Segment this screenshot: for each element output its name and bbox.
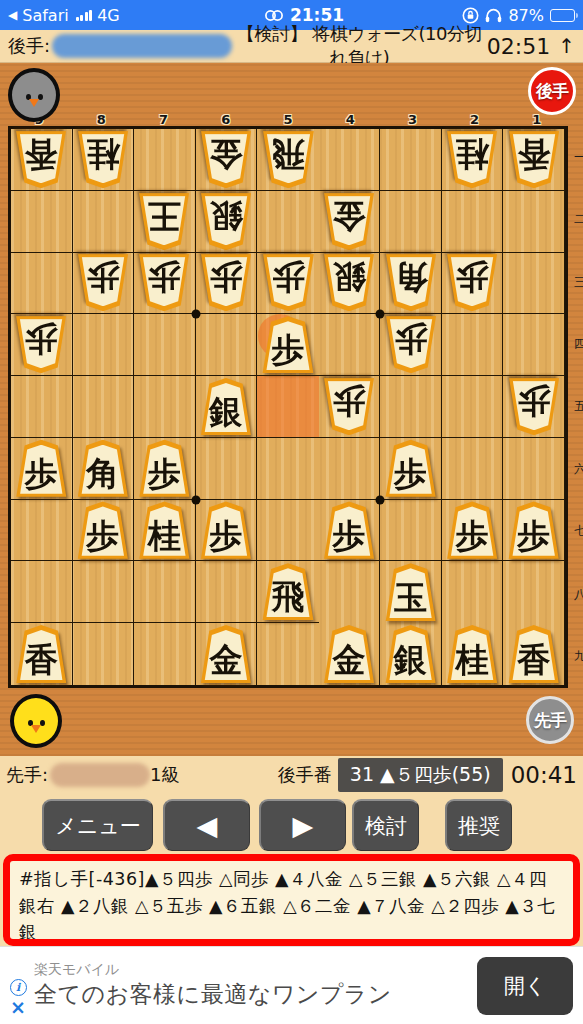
- square-96[interactable]: 歩: [11, 438, 73, 500]
- square-94[interactable]: 歩: [11, 314, 73, 376]
- square-39[interactable]: 銀: [380, 623, 442, 685]
- square-56[interactable]: [257, 438, 319, 500]
- ad-info-icon[interactable]: i: [10, 979, 27, 996]
- piece-sente-pawn: 歩: [200, 501, 252, 558]
- square-86[interactable]: 角: [73, 438, 135, 500]
- piece-sente-pawn: 歩: [508, 501, 560, 558]
- gote-side-badge: 後手: [528, 67, 576, 115]
- game-header: 後手: 【検討】 将棋ウォーズ(10分切れ負け) 02:51 ↑: [0, 30, 583, 63]
- square-28[interactable]: [442, 561, 504, 623]
- square-29[interactable]: 桂: [442, 623, 504, 685]
- piece-sente-pawn: 歩: [77, 501, 129, 558]
- sente-player-name-redacted: [50, 763, 150, 787]
- square-23[interactable]: 歩: [442, 253, 504, 315]
- piece-gote-pawn: 歩: [138, 254, 190, 311]
- next-move-button[interactable]: ▶: [259, 799, 346, 851]
- square-73[interactable]: 歩: [134, 253, 196, 315]
- square-63[interactable]: 歩: [196, 253, 258, 315]
- square-11[interactable]: 香: [503, 129, 565, 191]
- square-72[interactable]: 王: [134, 191, 196, 253]
- ad-open-button[interactable]: 開く: [477, 957, 573, 1015]
- piece-sente-bishop: 角: [77, 440, 129, 497]
- personal-hotspot-icon: [264, 9, 284, 22]
- piece-sente-knight: 桂: [138, 501, 190, 558]
- square-32[interactable]: [380, 191, 442, 253]
- status-row: 先手: 1級 後手番 31 ▲５四歩(55) 00:41: [0, 756, 583, 794]
- square-95[interactable]: [11, 376, 73, 438]
- square-47[interactable]: 歩: [319, 500, 381, 562]
- square-67[interactable]: 歩: [196, 500, 258, 562]
- piece-gote-pawn: 歩: [323, 378, 375, 435]
- piece-sente-gold: 金: [200, 625, 252, 683]
- gote-avatar-penguin: [8, 68, 60, 122]
- square-45[interactable]: 歩: [319, 376, 381, 438]
- piece-gote-rook: 飛: [262, 131, 315, 188]
- square-21[interactable]: 桂: [442, 129, 504, 191]
- file-label-8: 8: [70, 113, 132, 126]
- signal-bars-icon: [76, 10, 93, 21]
- file-labels: 987654321: [8, 113, 568, 126]
- square-62[interactable]: 銀: [196, 191, 258, 253]
- piece-gote-lance: 香: [15, 131, 67, 188]
- square-37[interactable]: [380, 500, 442, 562]
- square-84[interactable]: [73, 314, 135, 376]
- piece-gote-pawn: 歩: [508, 378, 560, 435]
- piece-sente-lance: 香: [15, 625, 67, 683]
- square-53[interactable]: 歩: [257, 253, 319, 315]
- back-chevron-icon[interactable]: ◀: [8, 8, 17, 22]
- board-grid: 香桂金飛桂香王銀金歩歩歩歩銀角歩歩歩歩銀歩歩歩角歩歩歩桂歩歩歩歩飛玉香金金銀桂香: [8, 126, 568, 688]
- square-71[interactable]: [134, 129, 196, 191]
- piece-sente-pawn: 歩: [15, 440, 67, 497]
- piece-sente-pawn: 歩: [262, 316, 315, 373]
- rank-label-9: 九: [571, 626, 583, 688]
- rank-label-3: 三: [571, 251, 583, 313]
- square-12[interactable]: [503, 191, 565, 253]
- orientation-lock-icon: [462, 7, 479, 24]
- square-14[interactable]: [503, 314, 565, 376]
- square-16[interactable]: [503, 438, 565, 500]
- square-78[interactable]: [134, 561, 196, 623]
- rank-label-1: 一: [571, 126, 583, 188]
- gote-tray: 後手: [0, 63, 583, 113]
- square-33[interactable]: 角: [380, 253, 442, 315]
- square-36[interactable]: 歩: [380, 438, 442, 500]
- rank-label-2: 二: [571, 188, 583, 250]
- piece-sente-silver: 銀: [385, 625, 437, 683]
- piece-sente-gold: 金: [323, 625, 375, 683]
- file-label-3: 3: [381, 113, 443, 126]
- file-label-5: 5: [257, 113, 319, 126]
- gote-player-name-redacted: [52, 34, 232, 58]
- piece-sente-pawn: 歩: [323, 501, 375, 558]
- piece-gote-pawn: 歩: [200, 254, 252, 311]
- square-81[interactable]: 桂: [73, 129, 135, 191]
- file-label-4: 4: [319, 113, 381, 126]
- square-48[interactable]: [319, 561, 381, 623]
- piece-sente-silver: 銀: [200, 378, 252, 435]
- rank-label-8: 八: [571, 563, 583, 625]
- square-93[interactable]: [11, 253, 73, 315]
- piece-sente-rook: 飛: [262, 563, 315, 620]
- ad-brand-label: 楽天モバイル: [34, 961, 469, 979]
- square-25[interactable]: [442, 376, 504, 438]
- gote-player-label: 後手:: [8, 34, 50, 58]
- piece-sente-pawn: 歩: [385, 440, 437, 497]
- battery-icon: [550, 9, 575, 22]
- up-arrow-icon[interactable]: ↑: [558, 34, 575, 58]
- square-64[interactable]: [196, 314, 258, 376]
- analysis-line-text: #指し手[-436]▲５四歩 △同歩 ▲４八金 △５三銀 ▲５六銀 △４四銀右 …: [3, 854, 580, 946]
- square-58[interactable]: 飛: [257, 561, 319, 623]
- square-65[interactable]: 銀: [196, 376, 258, 438]
- star-point: [191, 310, 200, 319]
- square-91[interactable]: 香: [11, 129, 73, 191]
- star-point: [376, 495, 385, 504]
- back-to-safari-label[interactable]: Safari: [22, 6, 68, 25]
- square-87[interactable]: 歩: [73, 500, 135, 562]
- prev-move-button[interactable]: ◀: [163, 799, 250, 851]
- last-move-highlight-square: [257, 376, 319, 437]
- piece-gote-gold: 金: [323, 193, 375, 250]
- sente-side-badge: 先手: [526, 696, 574, 744]
- square-82[interactable]: [73, 191, 135, 253]
- sente-player-label: 先手:: [6, 763, 48, 787]
- piece-gote-bishop: 角: [385, 254, 437, 311]
- square-41[interactable]: [319, 129, 381, 191]
- square-42[interactable]: 金: [319, 191, 381, 253]
- square-52[interactable]: [257, 191, 319, 253]
- square-83[interactable]: 歩: [73, 253, 135, 315]
- piece-gote-silver: 銀: [200, 193, 252, 250]
- piece-sente-lance: 香: [508, 625, 560, 683]
- piece-gote-knight: 桂: [446, 131, 498, 188]
- square-57[interactable]: [257, 500, 319, 562]
- headphones-icon: [485, 8, 502, 23]
- square-43[interactable]: 銀: [319, 253, 381, 315]
- ad-headline: 全てのお客様に最適なワンプラン: [34, 979, 469, 1010]
- rank-labels: 一二三四五六七八九: [571, 126, 583, 688]
- square-44[interactable]: [319, 314, 381, 376]
- ad-banner: i × 楽天モバイル 全てのお客様に最適なワンプラン 開く: [0, 946, 583, 1024]
- piece-sente-pawn: 歩: [446, 501, 498, 558]
- piece-sente-king: 玉: [385, 563, 437, 621]
- square-79[interactable]: [134, 623, 196, 685]
- piece-gote-pawn: 歩: [262, 254, 315, 311]
- battery-percent-label: 87%: [508, 6, 544, 25]
- piece-gote-knight: 桂: [77, 131, 129, 188]
- file-label-2: 2: [444, 113, 506, 126]
- square-46[interactable]: [319, 438, 381, 500]
- square-74[interactable]: [134, 314, 196, 376]
- square-97[interactable]: [11, 500, 73, 562]
- rank-label-4: 四: [571, 313, 583, 375]
- board-frame: 後手 987654321 香桂金飛桂香王銀金歩歩歩歩銀角歩歩歩歩銀歩歩歩角歩歩歩…: [0, 63, 583, 756]
- piece-gote-lance: 香: [508, 131, 560, 188]
- sente-rank-label: 1級: [150, 763, 179, 787]
- ad-close-icon[interactable]: ×: [10, 998, 26, 1016]
- square-77[interactable]: 桂: [134, 500, 196, 562]
- square-15[interactable]: 歩: [503, 376, 565, 438]
- square-18[interactable]: [503, 561, 565, 623]
- square-59[interactable]: [257, 623, 319, 685]
- file-label-7: 7: [132, 113, 194, 126]
- square-19[interactable]: 香: [503, 623, 565, 685]
- kento-button[interactable]: 検討: [352, 799, 419, 851]
- piece-sente-knight: 桂: [446, 625, 498, 683]
- square-22[interactable]: [442, 191, 504, 253]
- turn-indicator-label: 後手番: [278, 763, 332, 787]
- square-76[interactable]: 歩: [134, 438, 196, 500]
- square-27[interactable]: 歩: [442, 500, 504, 562]
- piece-gote-pawn: 歩: [15, 316, 67, 373]
- square-34[interactable]: 歩: [380, 314, 442, 376]
- star-point: [191, 495, 200, 504]
- square-69[interactable]: 金: [196, 623, 258, 685]
- rank-label-7: 七: [571, 501, 583, 563]
- square-98[interactable]: [11, 561, 73, 623]
- piece-sente-pawn: 歩: [138, 440, 190, 497]
- rank-label-6: 六: [571, 438, 583, 500]
- file-label-1: 1: [506, 113, 568, 126]
- piece-gote-pawn: 歩: [446, 254, 498, 311]
- file-label-6: 6: [195, 113, 257, 126]
- menu-button[interactable]: メニュー: [42, 799, 153, 851]
- square-35[interactable]: [380, 376, 442, 438]
- square-31[interactable]: [380, 129, 442, 191]
- rank-label-5: 五: [571, 376, 583, 438]
- piece-gote-pawn: 歩: [77, 254, 129, 311]
- square-13[interactable]: [503, 253, 565, 315]
- piece-gote-silver: 銀: [323, 254, 375, 311]
- sente-avatar-chick: [10, 694, 62, 748]
- analysis-section: #指し手[-436]▲５四歩 △同歩 ▲４八金 △５三銀 ▲５六銀 △４四銀右 …: [0, 854, 583, 946]
- square-54[interactable]: 歩: [257, 314, 319, 376]
- square-24[interactable]: [442, 314, 504, 376]
- square-75[interactable]: [134, 376, 196, 438]
- current-move-badge: 31 ▲５四歩(55): [338, 758, 503, 792]
- piece-gote-pawn: 歩: [385, 316, 437, 373]
- piece-gote-king: 王: [138, 193, 190, 250]
- suggest-button[interactable]: 推奨: [445, 799, 512, 851]
- square-89[interactable]: [73, 623, 135, 685]
- square-99[interactable]: 香: [11, 623, 73, 685]
- sente-tray: 先手: [0, 688, 583, 756]
- control-bar: メニュー ◀ ▶ 検討 推奨: [0, 794, 583, 854]
- square-26[interactable]: [442, 438, 504, 500]
- square-51[interactable]: 飛: [257, 129, 319, 191]
- square-88[interactable]: [73, 561, 135, 623]
- network-type-label: 4G: [97, 6, 120, 25]
- square-66[interactable]: [196, 438, 258, 500]
- square-85[interactable]: [73, 376, 135, 438]
- star-point: [376, 310, 385, 319]
- square-61[interactable]: 金: [196, 129, 258, 191]
- square-49[interactable]: 金: [319, 623, 381, 685]
- square-68[interactable]: [196, 561, 258, 623]
- square-17[interactable]: 歩: [503, 500, 565, 562]
- square-38[interactable]: 玉: [380, 561, 442, 623]
- square-92[interactable]: [11, 191, 73, 253]
- gote-clock: 02:51: [487, 34, 550, 59]
- piece-gote-gold: 金: [200, 131, 252, 188]
- sente-clock: 00:41: [511, 762, 577, 788]
- square-55[interactable]: [257, 376, 319, 438]
